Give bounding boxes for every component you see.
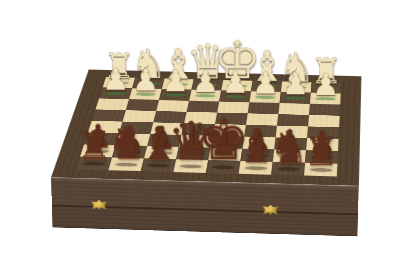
square-b4	[277, 114, 309, 126]
piece-base-pad	[212, 165, 234, 169]
square-g8: ♞	[108, 158, 144, 172]
square-c4	[246, 113, 278, 125]
piece-base-pad	[109, 81, 129, 84]
piece-base-pad	[279, 155, 300, 159]
square-f8: ♝	[141, 158, 176, 172]
square-a4	[308, 115, 340, 127]
piece-base-pad	[87, 149, 109, 153]
square-b8: ♞	[271, 162, 305, 176]
piece-base-pad	[115, 163, 137, 167]
piece-base-pad	[83, 162, 105, 166]
square-c1: ♝	[251, 81, 282, 92]
piece-base-pad	[165, 93, 185, 96]
piece-base-pad	[138, 82, 158, 85]
squares-grid: ♜♞♝♛♚♝♞♜♟♟♟♟♟♟♟♟♟♟♟♟♟♟♟♟♜♞♝♛♚♝♞♜	[76, 77, 341, 176]
square-e2: ♟	[189, 90, 221, 102]
piece-base-pad	[315, 97, 335, 100]
piece-white-rook: ♜	[103, 48, 135, 83]
square-f3	[156, 100, 189, 112]
square-b2: ♟	[280, 92, 311, 104]
square-h3	[95, 98, 129, 110]
square-e3	[187, 101, 220, 113]
square-d4	[215, 113, 248, 125]
square-h6	[84, 132, 119, 145]
piece-base-pad	[197, 84, 217, 87]
square-d8: ♚	[206, 160, 241, 174]
piece-white-bishop: ♝	[159, 43, 197, 85]
piece-base-pad	[147, 164, 169, 168]
piece-white-rook: ♜	[310, 53, 342, 89]
piece-base-pad	[257, 85, 277, 88]
square-a5	[307, 126, 339, 139]
piece-white-bishop: ♝	[248, 45, 286, 87]
piece-base-pad	[225, 95, 245, 98]
piece-base-pad	[195, 94, 215, 97]
square-f1: ♝	[162, 78, 194, 89]
piece-base-pad	[311, 155, 332, 159]
square-c2: ♟	[249, 91, 280, 103]
square-e7: ♟	[176, 147, 210, 160]
square-e4	[184, 112, 217, 124]
square-g1: ♞	[132, 78, 164, 89]
square-d2: ♟	[219, 91, 251, 103]
piece-base-pad	[105, 92, 125, 95]
square-e5	[182, 123, 215, 136]
square-b7: ♟	[273, 150, 306, 163]
square-f7: ♟	[144, 146, 179, 159]
square-a1: ♜	[311, 82, 341, 93]
square-d5	[213, 124, 246, 137]
square-g2: ♟	[129, 88, 162, 100]
box-front-face	[51, 177, 359, 236]
piece-base-pad	[183, 152, 205, 156]
piece-base-pad	[245, 166, 267, 170]
square-d6	[211, 136, 245, 149]
piece-white-knight: ♞	[130, 44, 166, 84]
square-g7: ♟	[112, 145, 147, 158]
piece-base-pad	[119, 150, 141, 154]
square-h5	[88, 121, 123, 133]
square-h1: ♜	[103, 77, 136, 88]
piece-white-knight: ♞	[278, 48, 314, 88]
square-b3	[278, 103, 310, 115]
piece-base-pad	[180, 164, 202, 168]
piece-base-pad	[310, 168, 332, 172]
chess-set-photo: ♜♞♝♛♚♝♞♜♟♟♟♟♟♟♟♟♟♟♟♟♟♟♟♟♜♞♝♛♚♝♞♜	[0, 0, 420, 259]
square-f6	[147, 134, 181, 147]
piece-base-pad	[286, 86, 306, 89]
square-b5	[276, 126, 308, 139]
square-c6	[242, 137, 275, 150]
piece-base-pad	[277, 167, 299, 171]
square-b1: ♞	[281, 81, 312, 92]
square-h8: ♜	[76, 157, 112, 171]
square-a6	[306, 138, 339, 151]
square-h2: ♟	[99, 88, 132, 100]
square-g3	[126, 99, 159, 111]
piece-base-pad	[168, 83, 188, 86]
square-a2: ♟	[310, 93, 341, 105]
piece-base-pad	[316, 87, 336, 90]
square-d7: ♟	[208, 148, 242, 161]
square-h7: ♟	[80, 144, 116, 157]
square-h4	[92, 109, 126, 121]
chess-box: ♜♞♝♛♚♝♞♜♟♟♟♟♟♟♟♟♟♟♟♟♟♟♟♟♜♞♝♛♚♝♞♜	[51, 70, 362, 186]
square-d1: ♚	[221, 80, 252, 91]
square-g4	[122, 110, 156, 122]
square-e6	[179, 135, 213, 148]
square-b6	[274, 137, 307, 150]
piece-base-pad	[255, 96, 275, 99]
square-g5	[119, 122, 153, 135]
piece-base-pad	[285, 97, 305, 100]
square-e8: ♛	[173, 159, 208, 173]
square-a3	[309, 104, 340, 116]
piece-white-king: ♚	[213, 34, 260, 87]
piece-base-pad	[247, 154, 269, 158]
square-d3	[217, 101, 249, 113]
square-a7: ♟	[305, 150, 338, 163]
square-e1: ♛	[192, 79, 224, 90]
piece-base-pad	[215, 153, 237, 157]
chess-board: ♜♞♝♛♚♝♞♜♟♟♟♟♟♟♟♟♟♟♟♟♟♟♟♟♜♞♝♛♚♝♞♜	[51, 70, 362, 186]
square-f4	[153, 111, 186, 123]
piece-base-pad	[151, 151, 173, 155]
square-c5	[244, 125, 277, 138]
square-a8: ♜	[304, 163, 337, 177]
square-c8: ♝	[239, 161, 273, 175]
square-c3	[248, 102, 280, 114]
square-f5	[150, 122, 184, 135]
square-f2: ♟	[159, 89, 191, 101]
square-c7: ♟	[240, 149, 274, 162]
piece-base-pad	[135, 93, 155, 96]
piece-base-pad	[227, 84, 247, 87]
square-g6	[116, 133, 151, 146]
